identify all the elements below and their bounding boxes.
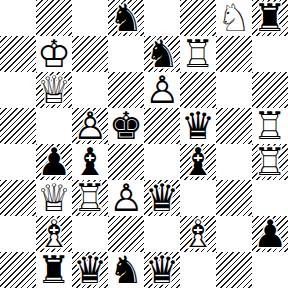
- white-rook: ♖: [252, 108, 288, 144]
- white-bishop-halo: ♝: [180, 216, 216, 252]
- square-h6[interactable]: [252, 72, 288, 108]
- black-knight-halo: ♞: [144, 36, 180, 72]
- square-d4[interactable]: [108, 144, 144, 180]
- square-g4[interactable]: [216, 144, 252, 180]
- black-rook-halo: ♜: [252, 0, 288, 36]
- square-f1[interactable]: [180, 252, 216, 288]
- white-rook-halo: ♜: [252, 144, 288, 180]
- square-a1[interactable]: [0, 252, 36, 288]
- white-queen-halo: ♛: [36, 72, 72, 108]
- square-b8[interactable]: [36, 0, 72, 36]
- white-pawn: ♙: [108, 180, 144, 216]
- square-h3[interactable]: [252, 180, 288, 216]
- square-f8[interactable]: [180, 0, 216, 36]
- black-pawn: ♟: [36, 144, 72, 180]
- black-queen: ♛: [180, 108, 216, 144]
- square-e7[interactable]: ♞♞: [144, 36, 180, 72]
- black-queen-halo: ♛: [144, 252, 180, 288]
- white-pawn-halo: ♟: [72, 108, 108, 144]
- black-knight: ♞: [144, 36, 180, 72]
- square-g6[interactable]: [216, 72, 252, 108]
- white-queen-halo: ♛: [36, 180, 72, 216]
- black-king-halo: ♚: [108, 108, 144, 144]
- square-h4[interactable]: ♜♖: [252, 144, 288, 180]
- white-rook-halo: ♜: [252, 108, 288, 144]
- white-knight-halo: ♞: [216, 0, 252, 36]
- black-queen: ♛: [144, 180, 180, 216]
- square-a6[interactable]: [0, 72, 36, 108]
- black-rook: ♜: [36, 252, 72, 288]
- square-a7[interactable]: [0, 36, 36, 72]
- square-e4[interactable]: [144, 144, 180, 180]
- square-e8[interactable]: [144, 0, 180, 36]
- square-c8[interactable]: [72, 0, 108, 36]
- square-c5[interactable]: ♟♙: [72, 108, 108, 144]
- square-f5[interactable]: ♛♛: [180, 108, 216, 144]
- square-d2[interactable]: [108, 216, 144, 252]
- square-g5[interactable]: [216, 108, 252, 144]
- white-pawn-halo: ♟: [108, 180, 144, 216]
- white-rook: ♖: [72, 180, 108, 216]
- black-pawn-halo: ♟: [252, 216, 288, 252]
- white-pawn: ♙: [144, 72, 180, 108]
- square-b2[interactable]: ♝♗: [36, 216, 72, 252]
- square-c1[interactable]: ♛♛: [72, 252, 108, 288]
- square-h8[interactable]: ♜♜: [252, 0, 288, 36]
- black-bishop: ♝: [180, 144, 216, 180]
- square-d3[interactable]: ♟♙: [108, 180, 144, 216]
- square-a5[interactable]: [0, 108, 36, 144]
- black-pawn: ♟: [252, 216, 288, 252]
- square-d5[interactable]: ♚♚: [108, 108, 144, 144]
- white-bishop: ♗: [36, 216, 72, 252]
- square-c3[interactable]: ♜♖: [72, 180, 108, 216]
- square-b3[interactable]: ♛♕: [36, 180, 72, 216]
- black-bishop-halo: ♝: [72, 144, 108, 180]
- black-queen-halo: ♛: [144, 180, 180, 216]
- black-queen: ♛: [144, 252, 180, 288]
- square-f6[interactable]: [180, 72, 216, 108]
- square-d6[interactable]: [108, 72, 144, 108]
- square-a3[interactable]: [0, 180, 36, 216]
- square-c7[interactable]: [72, 36, 108, 72]
- black-knight-halo: ♞: [108, 0, 144, 36]
- white-pawn: ♙: [72, 108, 108, 144]
- square-c4[interactable]: ♝♝: [72, 144, 108, 180]
- black-rook-halo: ♜: [36, 252, 72, 288]
- chess-board: ♞♞♞♘♜♜♚♔♞♞♜♖♛♕♟♙♟♙♚♚♛♛♜♖♟♟♝♝♝♝♜♖♛♕♜♖♟♙♛♛…: [0, 0, 288, 288]
- white-king-halo: ♚: [36, 36, 72, 72]
- square-g1[interactable]: [216, 252, 252, 288]
- black-bishop: ♝: [72, 144, 108, 180]
- black-bishop-halo: ♝: [180, 144, 216, 180]
- square-a2[interactable]: [0, 216, 36, 252]
- square-d1[interactable]: ♞♞: [108, 252, 144, 288]
- square-f3[interactable]: [180, 180, 216, 216]
- square-b6[interactable]: ♛♕: [36, 72, 72, 108]
- square-g2[interactable]: [216, 216, 252, 252]
- black-pawn-halo: ♟: [36, 144, 72, 180]
- white-bishop-halo: ♝: [36, 216, 72, 252]
- white-knight: ♘: [216, 0, 252, 36]
- square-h7[interactable]: [252, 36, 288, 72]
- square-f7[interactable]: ♜♖: [180, 36, 216, 72]
- black-queen-halo: ♛: [72, 252, 108, 288]
- square-c2[interactable]: [72, 216, 108, 252]
- white-king: ♔: [36, 36, 72, 72]
- square-a8[interactable]: [0, 0, 36, 36]
- square-b5[interactable]: [36, 108, 72, 144]
- square-e2[interactable]: [144, 216, 180, 252]
- square-g7[interactable]: [216, 36, 252, 72]
- square-h5[interactable]: ♜♖: [252, 108, 288, 144]
- square-a4[interactable]: [0, 144, 36, 180]
- black-queen: ♛: [72, 252, 108, 288]
- black-queen-halo: ♛: [180, 108, 216, 144]
- square-g8[interactable]: ♞♘: [216, 0, 252, 36]
- white-rook: ♖: [252, 144, 288, 180]
- black-knight: ♞: [108, 252, 144, 288]
- white-queen: ♕: [36, 72, 72, 108]
- white-rook: ♖: [180, 36, 216, 72]
- square-b7[interactable]: ♚♔: [36, 36, 72, 72]
- black-knight-halo: ♞: [108, 252, 144, 288]
- square-e3[interactable]: ♛♛: [144, 180, 180, 216]
- square-h2[interactable]: ♟♟: [252, 216, 288, 252]
- square-d7[interactable]: [108, 36, 144, 72]
- white-rook-halo: ♜: [72, 180, 108, 216]
- black-knight: ♞: [108, 0, 144, 36]
- black-rook: ♜: [252, 0, 288, 36]
- square-e1[interactable]: ♛♛: [144, 252, 180, 288]
- square-f4[interactable]: ♝♝: [180, 144, 216, 180]
- square-b4[interactable]: ♟♟: [36, 144, 72, 180]
- black-king: ♚: [108, 108, 144, 144]
- square-e6[interactable]: ♟♙: [144, 72, 180, 108]
- square-b1[interactable]: ♜♜: [36, 252, 72, 288]
- square-f2[interactable]: ♝♗: [180, 216, 216, 252]
- square-d8[interactable]: ♞♞: [108, 0, 144, 36]
- white-rook-halo: ♜: [180, 36, 216, 72]
- square-h1[interactable]: [252, 252, 288, 288]
- square-e5[interactable]: [144, 108, 180, 144]
- square-c6[interactable]: [72, 72, 108, 108]
- white-bishop: ♗: [180, 216, 216, 252]
- white-queen: ♕: [36, 180, 72, 216]
- square-g3[interactable]: [216, 180, 252, 216]
- white-pawn-halo: ♟: [144, 72, 180, 108]
